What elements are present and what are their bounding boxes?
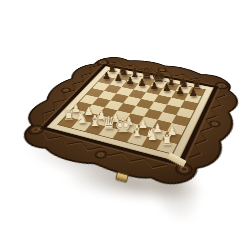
product-photo: ♜♞♝♛♚♝♞♜♟♟♟♟♟♟♟♟♟♟♟♟♟♟♟♟♜♞♝♛♚♝♞♜ bbox=[0, 0, 250, 250]
square-h1 bbox=[157, 140, 177, 153]
